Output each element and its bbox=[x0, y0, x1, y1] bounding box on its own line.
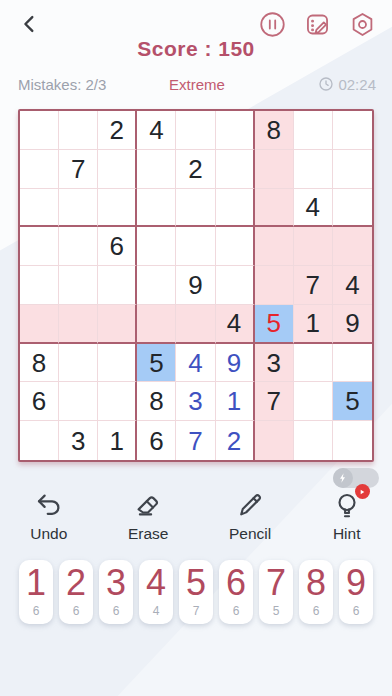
settings-gear-icon bbox=[349, 11, 376, 38]
cell-r1c1[interactable] bbox=[20, 111, 59, 150]
numkey-count: 6 bbox=[33, 604, 40, 618]
undo-label: Undo bbox=[30, 525, 67, 543]
erase-button[interactable]: Erase bbox=[128, 490, 169, 543]
cell-r2c4[interactable] bbox=[137, 150, 176, 189]
numkey-2[interactable]: 26 bbox=[59, 560, 93, 624]
top-bar bbox=[14, 8, 376, 40]
cell-r3c4[interactable] bbox=[137, 189, 176, 228]
action-row: Undo Erase Pencil bbox=[0, 490, 392, 543]
numkey-1[interactable]: 16 bbox=[19, 560, 53, 624]
cell-r9c6[interactable]: 2 bbox=[216, 421, 255, 460]
cell-r5c7[interactable] bbox=[255, 266, 294, 305]
numkey-digit: 4 bbox=[146, 564, 166, 602]
numkey-8[interactable]: 86 bbox=[299, 560, 333, 624]
cell-r9c9[interactable] bbox=[333, 421, 372, 460]
cell-r5c2[interactable] bbox=[59, 266, 98, 305]
cell-r1c5[interactable] bbox=[176, 111, 215, 150]
cell-r3c8[interactable]: 4 bbox=[294, 189, 333, 228]
mistakes-text: Mistakes: 2/3 bbox=[18, 76, 137, 93]
numkey-digit: 1 bbox=[26, 564, 46, 602]
number-pad: 162636445766758696 bbox=[0, 560, 392, 624]
cell-r3c1[interactable] bbox=[20, 189, 59, 228]
erase-label: Erase bbox=[128, 525, 169, 543]
numkey-6[interactable]: 66 bbox=[219, 560, 253, 624]
numkey-digit: 8 bbox=[306, 564, 326, 602]
cell-r1c6[interactable] bbox=[216, 111, 255, 150]
cell-r9c4[interactable]: 6 bbox=[137, 421, 176, 460]
cell-r7c3[interactable] bbox=[98, 344, 137, 383]
numkey-count: 7 bbox=[193, 604, 200, 618]
score-text: Score : 150 bbox=[0, 37, 392, 61]
cell-r6c8[interactable]: 1 bbox=[294, 305, 333, 344]
cell-r1c9[interactable] bbox=[333, 111, 372, 150]
back-button[interactable] bbox=[14, 8, 46, 40]
cell-r7c5[interactable]: 4 bbox=[176, 344, 215, 383]
pencil-icon bbox=[235, 490, 265, 520]
cell-r4c8[interactable] bbox=[294, 227, 333, 266]
cell-r5c8[interactable]: 7 bbox=[294, 266, 333, 305]
cell-r8c2[interactable] bbox=[59, 382, 98, 421]
notes-pencil-icon bbox=[304, 11, 331, 38]
lightning-icon bbox=[337, 472, 349, 484]
cell-r4c9[interactable] bbox=[333, 227, 372, 266]
cell-r3c3[interactable] bbox=[98, 189, 137, 228]
cell-r8c5[interactable]: 3 bbox=[176, 382, 215, 421]
cell-r3c2[interactable] bbox=[59, 189, 98, 228]
cell-r7c8[interactable] bbox=[294, 344, 333, 383]
numkey-count: 6 bbox=[233, 604, 240, 618]
notes-button[interactable] bbox=[304, 11, 331, 38]
cell-r2c8[interactable] bbox=[294, 150, 333, 189]
cell-r6c4[interactable] bbox=[137, 305, 176, 344]
pencil-button[interactable]: Pencil bbox=[229, 490, 271, 543]
cell-r7c4[interactable]: 5 bbox=[137, 344, 176, 383]
numkey-3[interactable]: 36 bbox=[99, 560, 133, 624]
cell-r6c5[interactable] bbox=[176, 305, 215, 344]
cell-r5c9[interactable]: 4 bbox=[333, 266, 372, 305]
cell-r5c4[interactable] bbox=[137, 266, 176, 305]
toggle-knob bbox=[333, 468, 353, 488]
numkey-count: 6 bbox=[313, 604, 320, 618]
numkey-count: 6 bbox=[73, 604, 80, 618]
cell-r2c1[interactable] bbox=[20, 150, 59, 189]
cell-r2c2[interactable]: 7 bbox=[59, 150, 98, 189]
difficulty-text: Extreme bbox=[137, 76, 256, 93]
cell-r4c2[interactable] bbox=[59, 227, 98, 266]
back-chevron-icon bbox=[19, 13, 41, 35]
undo-button[interactable]: Undo bbox=[30, 490, 67, 543]
settings-button[interactable] bbox=[349, 11, 376, 38]
undo-icon bbox=[34, 490, 64, 520]
cell-r1c2[interactable] bbox=[59, 111, 98, 150]
numkey-digit: 2 bbox=[66, 564, 86, 602]
hint-video-toggle[interactable] bbox=[333, 468, 379, 488]
cell-r6c9[interactable]: 9 bbox=[333, 305, 372, 344]
cell-r9c8[interactable] bbox=[294, 421, 333, 460]
cell-r3c6[interactable] bbox=[216, 189, 255, 228]
cell-r5c6[interactable] bbox=[216, 266, 255, 305]
cell-r8c4[interactable]: 8 bbox=[137, 382, 176, 421]
numkey-count: 6 bbox=[113, 604, 120, 618]
cell-r5c3[interactable] bbox=[98, 266, 137, 305]
cell-r7c2[interactable] bbox=[59, 344, 98, 383]
cell-r8c9[interactable]: 5 bbox=[333, 382, 372, 421]
numkey-digit: 3 bbox=[106, 564, 126, 602]
eraser-icon bbox=[133, 490, 163, 520]
numkey-digit: 5 bbox=[186, 564, 206, 602]
sudoku-board: 248724697445198549368317531672 bbox=[18, 109, 374, 462]
cell-r1c8[interactable] bbox=[294, 111, 333, 150]
cell-r4c7[interactable] bbox=[255, 227, 294, 266]
hint-button[interactable]: Hint bbox=[332, 490, 362, 543]
numkey-digit: 9 bbox=[346, 564, 366, 602]
cell-r9c3[interactable]: 1 bbox=[98, 421, 137, 460]
cell-r2c9[interactable] bbox=[333, 150, 372, 189]
cell-r9c7[interactable] bbox=[255, 421, 294, 460]
cell-r9c2[interactable]: 3 bbox=[59, 421, 98, 460]
numkey-7[interactable]: 75 bbox=[259, 560, 293, 624]
cell-r5c5[interactable]: 9 bbox=[176, 266, 215, 305]
numkey-digit: 6 bbox=[226, 564, 246, 602]
timer: 02:24 bbox=[257, 76, 376, 93]
cell-r3c5[interactable] bbox=[176, 189, 215, 228]
cell-r9c5[interactable]: 7 bbox=[176, 421, 215, 460]
top-bar-icons bbox=[259, 11, 376, 38]
cell-r1c7[interactable]: 8 bbox=[255, 111, 294, 150]
numkey-5[interactable]: 57 bbox=[179, 560, 213, 624]
cell-r3c7[interactable] bbox=[255, 189, 294, 228]
cell-r7c7[interactable]: 3 bbox=[255, 344, 294, 383]
cell-r4c5[interactable] bbox=[176, 227, 215, 266]
cell-r2c3[interactable] bbox=[98, 150, 137, 189]
cell-r8c1[interactable]: 6 bbox=[20, 382, 59, 421]
numkey-count: 4 bbox=[153, 604, 160, 618]
cell-r6c1[interactable] bbox=[20, 305, 59, 344]
cell-r7c6[interactable]: 9 bbox=[216, 344, 255, 383]
cell-r2c6[interactable] bbox=[216, 150, 255, 189]
cell-r8c8[interactable] bbox=[294, 382, 333, 421]
cell-r6c6[interactable]: 4 bbox=[216, 305, 255, 344]
cell-r1c3[interactable]: 2 bbox=[98, 111, 137, 150]
cell-r9c1[interactable] bbox=[20, 421, 59, 460]
cell-r7c1[interactable]: 8 bbox=[20, 344, 59, 383]
hint-video-badge bbox=[355, 484, 370, 499]
numkey-count: 5 bbox=[273, 604, 280, 618]
cell-r6c2[interactable] bbox=[59, 305, 98, 344]
cell-r6c7[interactable]: 5 bbox=[255, 305, 294, 344]
cell-r1c4[interactable]: 4 bbox=[137, 111, 176, 150]
cell-r2c7[interactable] bbox=[255, 150, 294, 189]
cell-r2c5[interactable]: 2 bbox=[176, 150, 215, 189]
numkey-4[interactable]: 44 bbox=[139, 560, 173, 624]
numkey-digit: 7 bbox=[266, 564, 286, 602]
pause-icon bbox=[259, 11, 286, 38]
timer-text: 02:24 bbox=[338, 76, 376, 93]
cell-r5c1[interactable] bbox=[20, 266, 59, 305]
cell-r4c4[interactable] bbox=[137, 227, 176, 266]
clock-icon bbox=[318, 76, 334, 92]
play-icon bbox=[358, 488, 366, 496]
cell-r8c7[interactable]: 7 bbox=[255, 382, 294, 421]
cell-r7c9[interactable] bbox=[333, 344, 372, 383]
numkey-count: 6 bbox=[353, 604, 360, 618]
hint-label: Hint bbox=[333, 525, 361, 543]
cell-r8c6[interactable]: 1 bbox=[216, 382, 255, 421]
cell-r4c3[interactable]: 6 bbox=[98, 227, 137, 266]
info-row: Mistakes: 2/3 Extreme 02:24 bbox=[18, 73, 376, 95]
cell-r8c3[interactable] bbox=[98, 382, 137, 421]
numkey-9[interactable]: 96 bbox=[339, 560, 373, 624]
sudoku-app-screen: Score : 150 Mistakes: 2/3 Extreme 02:24 … bbox=[0, 0, 392, 696]
pause-button[interactable] bbox=[259, 11, 286, 38]
cell-r4c1[interactable] bbox=[20, 227, 59, 266]
pencil-label: Pencil bbox=[229, 525, 271, 543]
cell-r4c6[interactable] bbox=[216, 227, 255, 266]
cell-r3c9[interactable] bbox=[333, 189, 372, 228]
cell-r6c3[interactable] bbox=[98, 305, 137, 344]
